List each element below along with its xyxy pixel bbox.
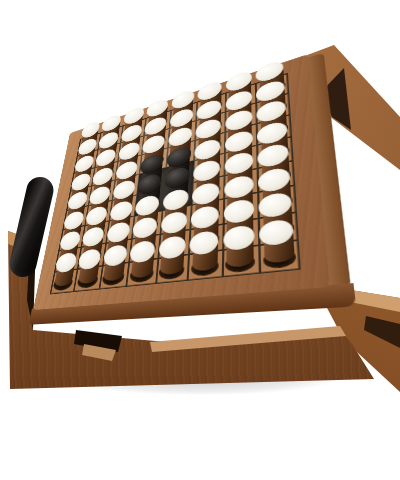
cell-c8[interactable] xyxy=(99,262,129,290)
white-peg[interactable] xyxy=(99,262,129,290)
cell-g8[interactable] xyxy=(222,245,260,278)
product-photo-scene xyxy=(0,0,400,480)
othello-board xyxy=(33,54,330,310)
cell-d8[interactable] xyxy=(126,258,158,287)
board-grid xyxy=(50,73,301,295)
cell-h8[interactable] xyxy=(259,240,301,274)
board-cells xyxy=(50,73,301,295)
cell-e8[interactable] xyxy=(155,254,188,284)
cell-f8[interactable] xyxy=(187,250,222,281)
